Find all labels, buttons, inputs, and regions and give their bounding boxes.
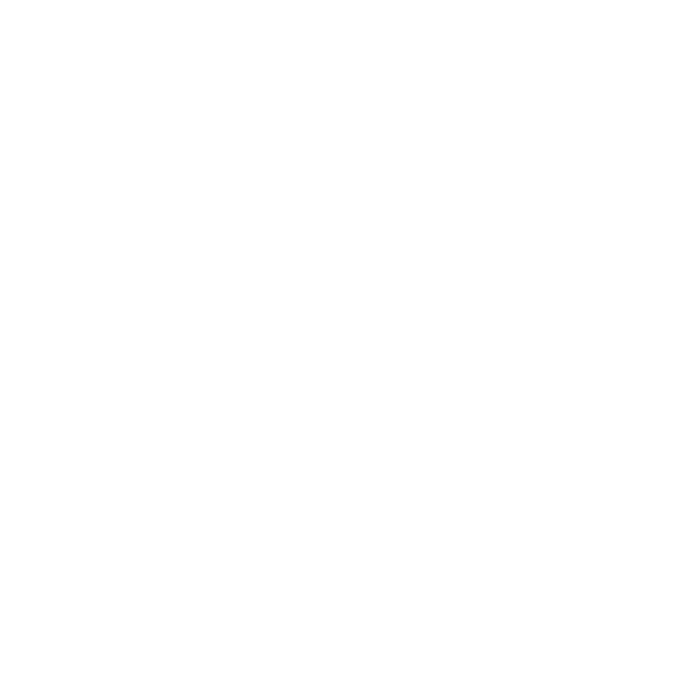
photo-background — [0, 0, 700, 700]
wooden-pit-board — [0, 0, 700, 700]
